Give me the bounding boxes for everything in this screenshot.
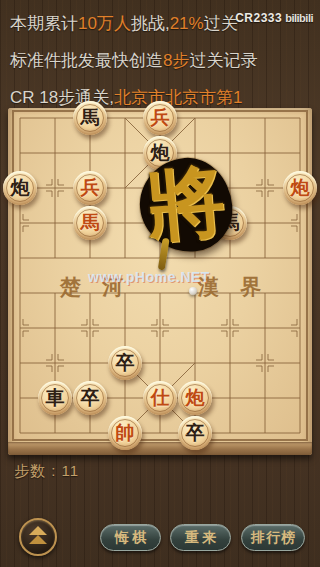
piece-black-車[interactable]: 車 xyxy=(38,381,72,415)
expand-button[interactable] xyxy=(19,518,57,556)
highlight-text: 8步 xyxy=(163,51,189,70)
header-line-2: 标准件批发最快创造8步过关记录 xyxy=(10,42,310,79)
highlight-text: 21% xyxy=(170,14,204,33)
piece-black-卒[interactable]: 卒 xyxy=(178,416,212,450)
piece-red-兵[interactable]: 兵 xyxy=(143,101,177,135)
piece-red-帥[interactable]: 帥 xyxy=(108,416,142,450)
piece-red-炮[interactable]: 炮 xyxy=(283,171,317,205)
highlight-text: 北京市北京市第1 xyxy=(114,88,242,107)
plain-text: 过关 xyxy=(204,14,238,33)
step-counter: 步数 : 11 xyxy=(14,462,79,481)
chevron-up-icon xyxy=(29,535,47,544)
step-counter-value: 11 xyxy=(62,462,80,479)
white-ball-marker xyxy=(189,287,197,295)
undo-button[interactable]: 悔棋 xyxy=(100,524,161,551)
xiangqi-board[interactable]: 楚 河 漢 界 www.pHome.NET 將 馬兵炮炮兵将炮馬馬馬卒車卒仕炮帥… xyxy=(8,108,312,455)
site-watermark: www.pHome.NET xyxy=(88,269,210,285)
plain-text: 挑战, xyxy=(131,14,170,33)
piece-black-炮[interactable]: 炮 xyxy=(3,171,37,205)
piece-red-炮[interactable]: 炮 xyxy=(178,381,212,415)
piece-black-卒[interactable]: 卒 xyxy=(73,381,107,415)
piece-red-馬[interactable]: 馬 xyxy=(73,206,107,240)
piece-red-兵[interactable]: 兵 xyxy=(73,171,107,205)
piece-red-仕[interactable]: 仕 xyxy=(143,381,177,415)
jiang-logo-glyph: 將 xyxy=(136,150,236,256)
header-line-1: 本期累计10万人挑战,21%过关 xyxy=(10,5,310,42)
leaderboard-button[interactable]: 排行榜 xyxy=(241,524,305,551)
piece-black-馬[interactable]: 馬 xyxy=(73,101,107,135)
plain-text: 标准件批发最快创造 xyxy=(10,51,163,70)
plain-text: 过关记录 xyxy=(189,51,257,70)
app-screen: 本期累计10万人挑战,21%过关标准件批发最快创造8步过关记录CR 18步通关,… xyxy=(0,0,320,567)
challenge-info-panel: 本期累计10万人挑战,21%过关标准件批发最快创造8步过关记录CR 18步通关,… xyxy=(0,0,320,116)
restart-button[interactable]: 重来 xyxy=(170,524,231,551)
brand-stamp-logo: 將 xyxy=(136,154,236,256)
highlight-text: 10万人 xyxy=(78,14,131,33)
step-counter-label: 步数 : xyxy=(14,462,56,479)
plain-text: 本期累计 xyxy=(10,14,78,33)
chevron-up-icon xyxy=(29,526,47,535)
piece-black-卒[interactable]: 卒 xyxy=(108,346,142,380)
